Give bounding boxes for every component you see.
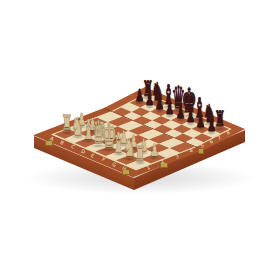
piece-white-rook[interactable]: ♜ xyxy=(133,143,146,165)
piece-black-pawn[interactable]: ♟ xyxy=(196,113,206,130)
piece-black-pawn[interactable]: ♟ xyxy=(134,87,144,104)
piece-black-pawn[interactable]: ♟ xyxy=(155,95,165,112)
piece-black-pawn[interactable]: ♟ xyxy=(165,100,175,117)
brass-hinge-pin xyxy=(198,148,204,154)
piece-white-pawn[interactable]: ♟ xyxy=(149,142,159,159)
piece-black-pawn[interactable]: ♟ xyxy=(186,108,196,125)
piece-black-pawn[interactable]: ♟ xyxy=(206,117,216,134)
piece-black-pawn[interactable]: ♟ xyxy=(144,91,154,108)
chess-set-product-photo: ABCDEFGH12345678 ♜♞♝♛♚♝♞♜♟♟♟♟♟♟♟♟♟♟♟♟♟♟♟… xyxy=(0,0,272,272)
piece-black-pawn[interactable]: ♟ xyxy=(175,104,185,121)
